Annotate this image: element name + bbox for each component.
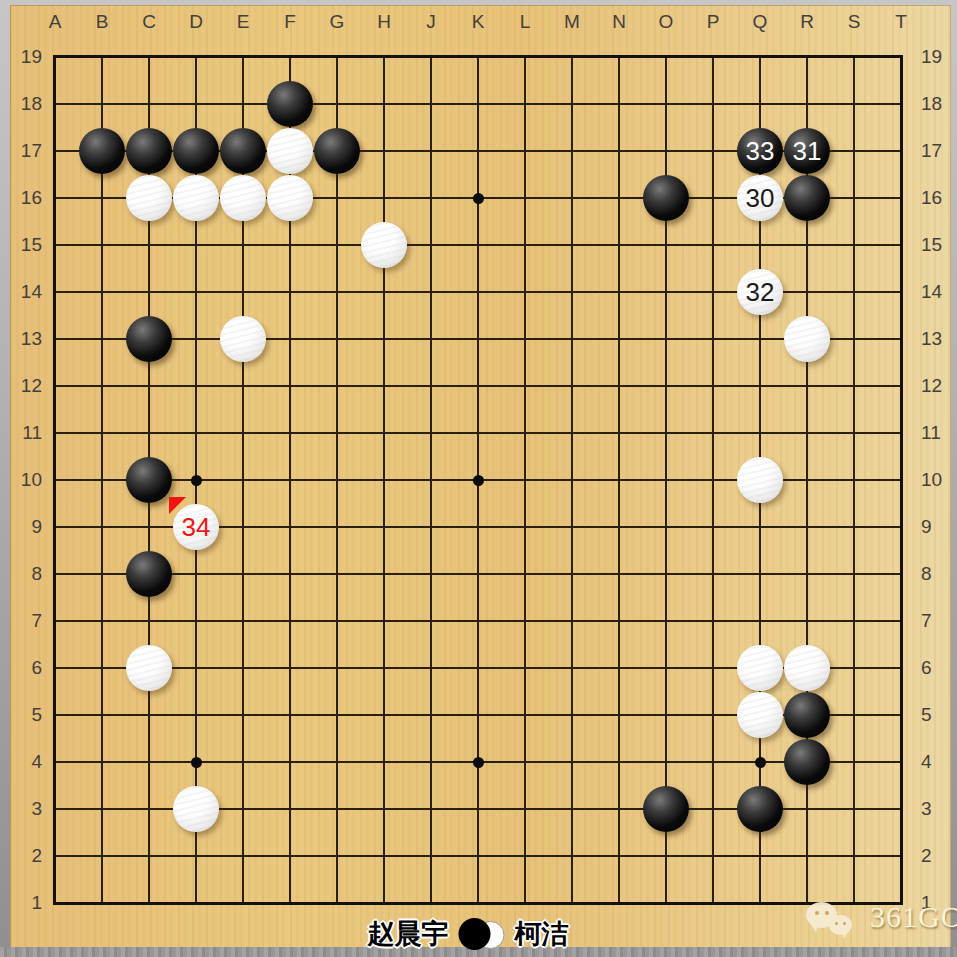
wechat-icon — [806, 900, 862, 940]
row-label-right: 9 — [921, 517, 957, 537]
column-label: M — [557, 12, 587, 32]
row-label-right: 5 — [921, 705, 957, 725]
row-label-right: 11 — [921, 423, 957, 443]
row-label-right: 17 — [921, 141, 957, 161]
move-number-label: 31 — [793, 138, 822, 164]
column-label: T — [886, 12, 916, 32]
row-label-left: 11 — [8, 423, 42, 443]
row-label-left: 6 — [8, 658, 42, 678]
row-label-left: 9 — [8, 517, 42, 537]
last-move-marker — [169, 497, 186, 514]
row-label-right: 19 — [921, 47, 957, 67]
stone-R13 — [784, 316, 830, 362]
column-label: N — [604, 12, 634, 32]
column-label: E — [228, 12, 258, 32]
row-label-right: 7 — [921, 611, 957, 631]
stone-Q16: 30 — [737, 175, 783, 221]
row-label-right: 6 — [921, 658, 957, 678]
row-label-left: 19 — [8, 47, 42, 67]
stone-C16 — [126, 175, 172, 221]
stone-C8 — [126, 551, 172, 597]
row-label-left: 1 — [8, 893, 42, 913]
stone-D9: 34 — [173, 504, 219, 550]
stone-E16 — [220, 175, 266, 221]
wechat-bubble-small — [829, 915, 852, 935]
stone-Q17: 33 — [737, 128, 783, 174]
stone-O3 — [643, 786, 689, 832]
star-point — [473, 193, 484, 204]
star-point — [473, 757, 484, 768]
watermark-361go: 361GO — [806, 900, 957, 940]
stone-C6 — [126, 645, 172, 691]
column-label: B — [87, 12, 117, 32]
stone-Q3 — [737, 786, 783, 832]
row-label-left: 7 — [8, 611, 42, 631]
black-player-name: 赵晨宇 — [368, 916, 449, 952]
row-label-left: 2 — [8, 846, 42, 866]
go-diagram-page: ABCDEFGHJKLMNOPQRST191918181717161615151… — [0, 0, 957, 957]
row-label-left: 4 — [8, 752, 42, 772]
black-white-stones-icon — [459, 917, 505, 951]
column-label: F — [275, 12, 305, 32]
stone-R4 — [784, 739, 830, 785]
stone-F16 — [267, 175, 313, 221]
row-label-left: 17 — [8, 141, 42, 161]
stone-F18 — [267, 81, 313, 127]
stone-H15 — [361, 222, 407, 268]
column-label: L — [510, 12, 540, 32]
stone-D17 — [173, 128, 219, 174]
white-player-name: 柯洁 — [515, 916, 569, 952]
move-number-label: 32 — [746, 279, 775, 305]
row-label-right: 15 — [921, 235, 957, 255]
row-label-left: 12 — [8, 376, 42, 396]
row-label-right: 18 — [921, 94, 957, 114]
row-label-right: 4 — [921, 752, 957, 772]
stone-F17 — [267, 128, 313, 174]
stone-G17 — [314, 128, 360, 174]
column-label: Q — [745, 12, 775, 32]
stone-R17: 31 — [784, 128, 830, 174]
row-label-right: 3 — [921, 799, 957, 819]
column-label: O — [651, 12, 681, 32]
stone-R5 — [784, 692, 830, 738]
row-label-left: 14 — [8, 282, 42, 302]
column-label: J — [416, 12, 446, 32]
column-label: H — [369, 12, 399, 32]
move-number-label: 30 — [746, 185, 775, 211]
row-label-right: 2 — [921, 846, 957, 866]
column-label: P — [698, 12, 728, 32]
stone-R6 — [784, 645, 830, 691]
move-number-label: 34 — [182, 514, 211, 540]
move-number-label: 33 — [746, 138, 775, 164]
column-label: C — [134, 12, 164, 32]
stone-Q5 — [737, 692, 783, 738]
row-label-left: 5 — [8, 705, 42, 725]
stone-E17 — [220, 128, 266, 174]
stone-Q6 — [737, 645, 783, 691]
row-label-left: 13 — [8, 329, 42, 349]
star-point — [473, 475, 484, 486]
star-point — [755, 757, 766, 768]
row-label-right: 10 — [921, 470, 957, 490]
column-label: G — [322, 12, 352, 32]
column-label: D — [181, 12, 211, 32]
row-label-left: 18 — [8, 94, 42, 114]
stone-C10 — [126, 457, 172, 503]
stone-R16 — [784, 175, 830, 221]
row-label-right: 13 — [921, 329, 957, 349]
column-label: A — [40, 12, 70, 32]
black-stone-icon — [459, 918, 491, 950]
stone-B17 — [79, 128, 125, 174]
stone-Q10 — [737, 457, 783, 503]
stone-Q14: 32 — [737, 269, 783, 315]
star-point — [191, 757, 202, 768]
row-label-right: 12 — [921, 376, 957, 396]
watermark-text: 361GO — [870, 900, 957, 934]
row-label-left: 8 — [8, 564, 42, 584]
row-label-right: 8 — [921, 564, 957, 584]
star-point — [191, 475, 202, 486]
row-label-left: 15 — [8, 235, 42, 255]
stone-C13 — [126, 316, 172, 362]
players-caption: 赵晨宇 柯洁 — [368, 916, 569, 952]
row-label-left: 10 — [8, 470, 42, 490]
go-board: ABCDEFGHJKLMNOPQRST191918181717161615151… — [0, 0, 957, 957]
row-label-right: 14 — [921, 282, 957, 302]
stone-C17 — [126, 128, 172, 174]
stone-D16 — [173, 175, 219, 221]
row-label-right: 16 — [921, 188, 957, 208]
stone-E13 — [220, 316, 266, 362]
stone-D3 — [173, 786, 219, 832]
row-label-left: 3 — [8, 799, 42, 819]
column-label: S — [839, 12, 869, 32]
row-label-left: 16 — [8, 188, 42, 208]
column-label: K — [463, 12, 493, 32]
stone-O16 — [643, 175, 689, 221]
column-label: R — [792, 12, 822, 32]
